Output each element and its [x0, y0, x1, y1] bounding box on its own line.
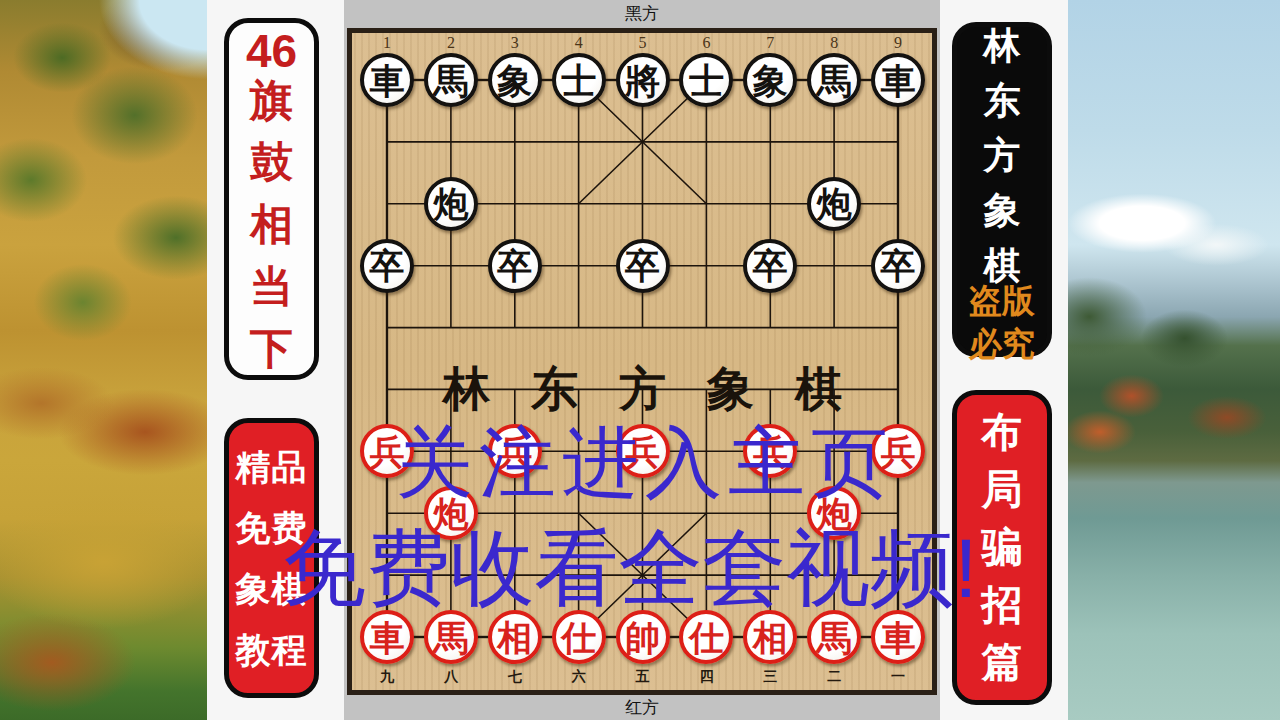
black-piece-r[interactable]: 車	[360, 53, 414, 107]
black-piece-b[interactable]: 象	[488, 53, 542, 107]
episode-title-chars: 旗鼓相当下	[250, 79, 293, 370]
char: 四	[679, 668, 733, 686]
black-piece-b[interactable]: 象	[743, 53, 797, 107]
black-piece-a[interactable]: 士	[679, 53, 733, 107]
char: 一	[871, 668, 925, 686]
black-piece-p[interactable]: 卒	[360, 239, 414, 293]
subscribe-caption-line1: 关注进入主页	[396, 412, 894, 516]
text-row: 必究	[969, 327, 1035, 360]
char: 9	[871, 34, 925, 52]
char: 东	[984, 82, 1021, 119]
char: 篇	[982, 642, 1023, 683]
char: 五	[616, 668, 670, 686]
black-piece-c[interactable]: 炮	[807, 177, 861, 231]
black-piece-c[interactable]: 炮	[424, 177, 478, 231]
black-piece-k[interactable]: 將	[616, 53, 670, 107]
file-numbers-top: 123456789	[360, 34, 925, 52]
char: 方	[984, 137, 1021, 174]
char: 三	[743, 668, 797, 686]
black-piece-p[interactable]: 卒	[743, 239, 797, 293]
char: 当	[250, 265, 293, 308]
char: 林	[984, 27, 1021, 64]
black-side-label: 黑方	[344, 0, 940, 28]
black-piece-p[interactable]: 卒	[616, 239, 670, 293]
video-frame: 黑方 红方	[0, 0, 1280, 720]
char: 7	[743, 34, 797, 52]
char: 象	[984, 192, 1021, 229]
piracy-warning: 盗版必究	[969, 284, 1035, 360]
text-row: 教程	[236, 632, 308, 667]
char: 3	[488, 34, 542, 52]
black-piece-a[interactable]: 士	[552, 53, 606, 107]
black-piece-p[interactable]: 卒	[871, 239, 925, 293]
char: 六	[552, 668, 606, 686]
char: 布	[982, 412, 1023, 453]
episode-title-panel: 46 旗鼓相当下	[224, 18, 319, 380]
char: 八	[424, 668, 478, 686]
text-row: 精品	[236, 449, 308, 484]
char: 九	[360, 668, 414, 686]
char: 2	[424, 34, 478, 52]
char: 局	[982, 469, 1023, 510]
text-row: 盗版	[969, 284, 1035, 317]
char: 6	[679, 34, 733, 52]
char: 鼓	[250, 141, 293, 184]
char: 4	[552, 34, 606, 52]
red-side-label: 红方	[344, 694, 940, 720]
char: 招	[982, 585, 1023, 626]
char: 旗	[250, 79, 293, 122]
black-piece-p[interactable]: 卒	[488, 239, 542, 293]
river-watermark-text: 林东方象棋	[387, 358, 898, 420]
char: 二	[807, 668, 861, 686]
char: 下	[250, 327, 293, 370]
left-scenery-photo	[0, 0, 207, 720]
char: 骗	[982, 527, 1023, 568]
black-piece-n[interactable]: 馬	[807, 53, 861, 107]
char: 1	[360, 34, 414, 52]
channel-name-chars: 林东方象棋	[984, 27, 1021, 284]
episode-number: 46	[246, 28, 297, 74]
char: 相	[250, 203, 293, 246]
file-numbers-bottom: 九八七六五四三二一	[360, 668, 925, 686]
black-piece-n[interactable]: 馬	[424, 53, 478, 107]
channel-name-panel: 林东方象棋 盗版必究	[952, 22, 1052, 357]
right-scenery-photo	[1068, 0, 1280, 720]
char: 棋	[984, 247, 1021, 284]
black-piece-r[interactable]: 車	[871, 53, 925, 107]
char: 七	[488, 668, 542, 686]
char: 5	[616, 34, 670, 52]
subscribe-caption-line2: 免费收看全套视频!	[282, 512, 977, 626]
char: 8	[807, 34, 861, 52]
